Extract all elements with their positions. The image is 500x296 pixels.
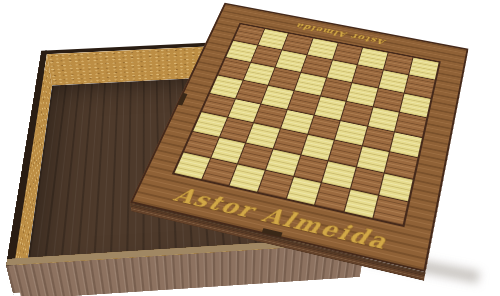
product-photo: Astor Almeida Astor Almeida	[0, 0, 500, 296]
board-square	[344, 190, 378, 218]
board-square	[254, 104, 286, 128]
board-square	[308, 115, 340, 140]
board-square	[220, 118, 253, 143]
chess-board-lid-body: Astor Almeida Astor Almeida	[130, 3, 469, 273]
board-square	[363, 126, 395, 151]
board-square	[329, 141, 362, 167]
board-square	[315, 183, 349, 211]
board-square	[175, 153, 210, 179]
board-square	[274, 129, 307, 154]
board-square	[341, 102, 372, 126]
board-square	[385, 153, 417, 179]
board-square	[357, 147, 389, 173]
board-square	[374, 196, 408, 225]
board-square	[184, 132, 218, 157]
finger-joint-notch	[13, 293, 22, 296]
board-square	[246, 124, 279, 149]
board-square	[368, 107, 399, 131]
board-square	[294, 156, 328, 183]
tray-left-rim	[6, 50, 48, 265]
board-square	[395, 112, 426, 136]
finger-joint-notch	[177, 93, 187, 106]
chess-board-face: Astor Almeida Astor Almeida	[130, 3, 469, 273]
board-square	[211, 138, 245, 164]
board-square	[202, 159, 237, 186]
board-square	[286, 177, 320, 205]
chess-board-lid: Astor Almeida Astor Almeida	[128, 0, 500, 296]
board-square	[258, 171, 293, 198]
board-square	[335, 121, 367, 146]
board-square	[301, 135, 334, 161]
board-square	[351, 168, 384, 195]
board-square	[266, 150, 300, 176]
board-square	[281, 110, 313, 134]
board-square	[390, 132, 422, 157]
board-square	[322, 162, 355, 189]
board-square	[238, 144, 272, 170]
board-square	[380, 174, 413, 202]
board-square	[193, 112, 227, 136]
chess-board-grid	[172, 23, 441, 227]
board-square	[230, 165, 265, 192]
